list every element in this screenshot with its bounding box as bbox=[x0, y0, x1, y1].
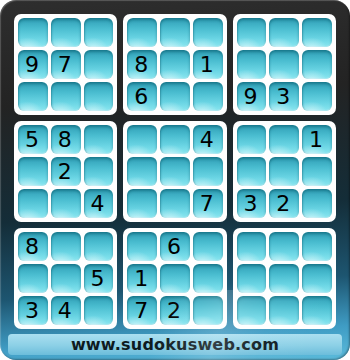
cell-r4c8[interactable] bbox=[269, 125, 299, 154]
cell-r1c6[interactable] bbox=[193, 18, 223, 47]
cell-r8c9[interactable] bbox=[302, 264, 332, 293]
block-4: 5824 bbox=[14, 121, 117, 222]
cell-r3c7[interactable]: 9 bbox=[237, 82, 267, 111]
cell-r6c8[interactable]: 2 bbox=[269, 189, 299, 218]
cell-r2c2[interactable]: 7 bbox=[51, 50, 81, 79]
cell-r7c5[interactable]: 6 bbox=[160, 232, 190, 261]
cell-r9c1[interactable]: 3 bbox=[18, 296, 48, 325]
cell-r5c4[interactable] bbox=[127, 157, 157, 186]
cell-r8c8[interactable] bbox=[269, 264, 299, 293]
given-digit: 4 bbox=[200, 129, 214, 151]
given-digit: 9 bbox=[25, 54, 39, 76]
cell-r2c3[interactable] bbox=[84, 50, 114, 79]
block-6: 132 bbox=[233, 121, 336, 222]
given-digit: 3 bbox=[276, 86, 290, 108]
given-digit: 5 bbox=[90, 268, 104, 290]
cell-r9c6[interactable] bbox=[193, 296, 223, 325]
cell-r6c1[interactable] bbox=[18, 189, 48, 218]
given-digit: 4 bbox=[90, 193, 104, 215]
cell-r9c5[interactable]: 2 bbox=[160, 296, 190, 325]
block-7: 8534 bbox=[14, 228, 117, 329]
cell-r4c3[interactable] bbox=[84, 125, 114, 154]
given-digit: 2 bbox=[167, 300, 181, 322]
given-digit: 4 bbox=[58, 300, 72, 322]
cell-r1c1[interactable] bbox=[18, 18, 48, 47]
cell-r8c5[interactable] bbox=[160, 264, 190, 293]
cell-r5c2[interactable]: 2 bbox=[51, 157, 81, 186]
cell-r3c9[interactable] bbox=[302, 82, 332, 111]
cell-r2c4[interactable]: 8 bbox=[127, 50, 157, 79]
cell-r7c4[interactable] bbox=[127, 232, 157, 261]
cell-r7c3[interactable] bbox=[84, 232, 114, 261]
block-5: 47 bbox=[123, 121, 226, 222]
given-digit: 8 bbox=[58, 129, 72, 151]
cell-r9c9[interactable] bbox=[302, 296, 332, 325]
cell-r4c4[interactable] bbox=[127, 125, 157, 154]
given-digit: 6 bbox=[134, 86, 148, 108]
cell-r3c3[interactable] bbox=[84, 82, 114, 111]
cell-r1c7[interactable] bbox=[237, 18, 267, 47]
cell-r2c7[interactable] bbox=[237, 50, 267, 79]
given-digit: 9 bbox=[244, 86, 258, 108]
cell-r7c1[interactable]: 8 bbox=[18, 232, 48, 261]
cell-r5c5[interactable] bbox=[160, 157, 190, 186]
cell-r3c8[interactable]: 3 bbox=[269, 82, 299, 111]
cell-r4c6[interactable]: 4 bbox=[193, 125, 223, 154]
cell-r9c8[interactable] bbox=[269, 296, 299, 325]
cell-r1c3[interactable] bbox=[84, 18, 114, 47]
cell-r4c7[interactable] bbox=[237, 125, 267, 154]
cell-r3c2[interactable] bbox=[51, 82, 81, 111]
sudoku-board-frame: 978169358244713285346172 www.sudokusweb.… bbox=[0, 0, 350, 360]
given-digit: 2 bbox=[58, 161, 72, 183]
cell-r7c9[interactable] bbox=[302, 232, 332, 261]
given-digit: 6 bbox=[167, 236, 181, 258]
cell-r6c3[interactable]: 4 bbox=[84, 189, 114, 218]
cell-r5c8[interactable] bbox=[269, 157, 299, 186]
website-url-bar: www.sudokusweb.com bbox=[8, 334, 342, 355]
cell-r1c9[interactable] bbox=[302, 18, 332, 47]
cell-r9c3[interactable] bbox=[84, 296, 114, 325]
cell-r5c7[interactable] bbox=[237, 157, 267, 186]
cell-r7c7[interactable] bbox=[237, 232, 267, 261]
given-digit: 2 bbox=[276, 193, 290, 215]
block-3: 93 bbox=[233, 14, 336, 115]
given-digit: 7 bbox=[134, 300, 148, 322]
given-digit: 1 bbox=[134, 268, 148, 290]
cell-r6c9[interactable] bbox=[302, 189, 332, 218]
given-digit: 3 bbox=[25, 300, 39, 322]
cell-r4c1[interactable]: 5 bbox=[18, 125, 48, 154]
cell-r1c8[interactable] bbox=[269, 18, 299, 47]
cell-r8c7[interactable] bbox=[237, 264, 267, 293]
block-8: 6172 bbox=[123, 228, 226, 329]
cell-r7c8[interactable] bbox=[269, 232, 299, 261]
cell-r1c4[interactable] bbox=[127, 18, 157, 47]
block-1: 97 bbox=[14, 14, 117, 115]
block-2: 816 bbox=[123, 14, 226, 115]
cell-r7c2[interactable] bbox=[51, 232, 81, 261]
given-digit: 8 bbox=[134, 54, 148, 76]
cell-r3c1[interactable] bbox=[18, 82, 48, 111]
cell-r5c6[interactable] bbox=[193, 157, 223, 186]
cell-r6c2[interactable] bbox=[51, 189, 81, 218]
cell-r1c5[interactable] bbox=[160, 18, 190, 47]
cell-r2c6[interactable]: 1 bbox=[193, 50, 223, 79]
cell-r8c2[interactable] bbox=[51, 264, 81, 293]
cell-r5c1[interactable] bbox=[18, 157, 48, 186]
cell-r7c6[interactable] bbox=[193, 232, 223, 261]
given-digit: 7 bbox=[200, 193, 214, 215]
cell-r9c7[interactable] bbox=[237, 296, 267, 325]
cell-r2c1[interactable]: 9 bbox=[18, 50, 48, 79]
cell-r5c3[interactable] bbox=[84, 157, 114, 186]
cell-r9c4[interactable]: 7 bbox=[127, 296, 157, 325]
cell-r6c4[interactable] bbox=[127, 189, 157, 218]
block-9 bbox=[233, 228, 336, 329]
cell-r2c9[interactable] bbox=[302, 50, 332, 79]
website-url: www.sudokusweb.com bbox=[71, 335, 279, 354]
given-digit: 5 bbox=[25, 129, 39, 151]
sudoku-board: 978169358244713285346172 bbox=[14, 14, 336, 329]
given-digit: 7 bbox=[58, 54, 72, 76]
given-digit: 1 bbox=[200, 54, 214, 76]
cell-r5c9[interactable] bbox=[302, 157, 332, 186]
cell-r4c2[interactable]: 8 bbox=[51, 125, 81, 154]
cell-r2c8[interactable] bbox=[269, 50, 299, 79]
cell-r1c2[interactable] bbox=[51, 18, 81, 47]
cell-r3c5[interactable] bbox=[160, 82, 190, 111]
cell-r6c7[interactable]: 3 bbox=[237, 189, 267, 218]
given-digit: 3 bbox=[244, 193, 258, 215]
cell-r4c5[interactable] bbox=[160, 125, 190, 154]
cell-r3c4[interactable]: 6 bbox=[127, 82, 157, 111]
cell-r6c6[interactable]: 7 bbox=[193, 189, 223, 218]
given-digit: 8 bbox=[25, 236, 39, 258]
cell-r4c9[interactable]: 1 bbox=[302, 125, 332, 154]
cell-r8c4[interactable]: 1 bbox=[127, 264, 157, 293]
cell-r3c6[interactable] bbox=[193, 82, 223, 111]
cell-r8c6[interactable] bbox=[193, 264, 223, 293]
cell-r8c3[interactable]: 5 bbox=[84, 264, 114, 293]
cell-r2c5[interactable] bbox=[160, 50, 190, 79]
given-digit: 1 bbox=[309, 129, 323, 151]
cell-r8c1[interactable] bbox=[18, 264, 48, 293]
cell-r9c2[interactable]: 4 bbox=[51, 296, 81, 325]
cell-r6c5[interactable] bbox=[160, 189, 190, 218]
